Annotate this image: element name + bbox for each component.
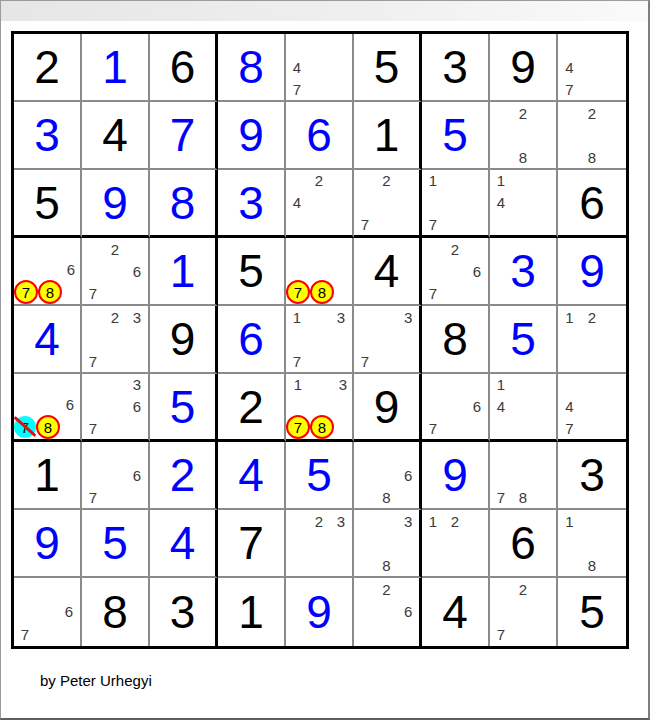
cell-r2c8[interactable]: 28 (490, 102, 558, 170)
cell-r2c4[interactable]: 9 (218, 102, 286, 170)
candidate-slot (104, 260, 126, 282)
candidate-grid: 17 (422, 170, 488, 235)
solved-digit: 9 (14, 510, 80, 576)
candidate-slot (534, 417, 556, 439)
cell-r7c9[interactable]: 3 (558, 442, 626, 510)
candidate-slot (466, 374, 488, 396)
candidate-slot (82, 374, 104, 396)
cell-r2c6[interactable]: 1 (354, 102, 422, 170)
cell-r6c8[interactable]: 14 (490, 374, 558, 442)
cell-r8c9[interactable]: 18 (558, 510, 626, 578)
given-digit: 1 (218, 578, 284, 646)
candidate-slot (581, 34, 604, 56)
candidate-slot (397, 623, 419, 646)
candidate-2: 2 (315, 514, 323, 529)
candidate-slot (310, 395, 334, 416)
cell-r1c7[interactable]: 3 (422, 34, 490, 102)
candidate-slot (354, 306, 376, 328)
candidate-grid: 68 (354, 442, 419, 508)
candidate-3: 3 (339, 377, 347, 392)
candidate-1: 1 (497, 377, 505, 392)
candidate-slot (82, 260, 104, 282)
candidate-2: 2 (451, 514, 459, 529)
solved-digit: 5 (150, 374, 215, 439)
candidate-slot (82, 328, 104, 350)
candidate-7: 7 (89, 421, 97, 436)
candidate-slot: 2 (444, 238, 466, 260)
candidate-7: 7 (565, 82, 573, 97)
candidate-slot: 8 (512, 146, 534, 168)
candidate-6: 6 (133, 399, 141, 414)
candidate-slot (104, 396, 126, 418)
given-digit: 3 (422, 34, 488, 100)
candidate-slot (354, 601, 376, 624)
candidate-slot (334, 259, 352, 280)
candidate-slot (512, 170, 534, 192)
cell-r1c8[interactable]: 9 (490, 34, 558, 102)
candidate-slot (422, 554, 444, 576)
candidate-slot (36, 374, 60, 395)
cell-r4c4[interactable]: 5 (218, 238, 286, 306)
candidate-slot (534, 601, 556, 624)
candidate-slot (330, 554, 352, 576)
candidate-3: 3 (133, 377, 141, 392)
candidate-slot (62, 238, 80, 259)
cell-r5c8[interactable]: 5 (490, 306, 558, 374)
candidate-slot (354, 623, 376, 646)
cell-r8c6[interactable]: 38 (354, 510, 422, 578)
candidate-7: 7 (429, 421, 437, 436)
cell-r5c7[interactable]: 8 (422, 306, 490, 374)
solved-digit: 9 (286, 578, 352, 646)
cell-r9c6[interactable]: 26 (354, 578, 422, 646)
candidate-slot: 7 (82, 417, 104, 439)
given-digit: 8 (422, 306, 488, 372)
candidate-slot (14, 578, 36, 601)
candidate-8: 8 (519, 490, 527, 505)
candidate-slot (286, 554, 308, 576)
candidate-slot (126, 417, 148, 439)
cell-r1c2[interactable]: 1 (82, 34, 150, 102)
candidate-slot (376, 192, 398, 214)
candidate-slot: 7 (14, 415, 36, 439)
candidate-slot (14, 374, 36, 395)
cell-r2c7[interactable]: 5 (422, 102, 490, 170)
cell-r5c2[interactable]: 237 (82, 306, 150, 374)
cell-r8c2[interactable]: 5 (82, 510, 150, 578)
solved-digit: 1 (150, 238, 215, 304)
candidate-grid: 367 (82, 374, 148, 439)
cell-r5c1[interactable]: 4 (14, 306, 82, 374)
candidate-slot: 7 (422, 282, 444, 304)
cell-r7c5[interactable]: 5 (286, 442, 354, 510)
candidate-slot (466, 554, 488, 576)
candidate-7: 7 (361, 217, 369, 232)
candidate-grid: 47 (286, 34, 352, 100)
candidate-8: 8 (519, 150, 527, 165)
cell-r6c5[interactable]: 1378 (286, 374, 354, 442)
candidate-slot (397, 350, 419, 372)
cell-r3c9[interactable]: 6 (558, 170, 626, 238)
cell-r5c4[interactable]: 6 (218, 306, 286, 374)
candidate-slot (308, 532, 330, 554)
candidate-slot (490, 601, 512, 624)
cell-r4c2[interactable]: 267 (82, 238, 150, 306)
cell-r7c3[interactable]: 2 (150, 442, 218, 510)
candidate-slot (104, 442, 126, 464)
candidate-slot (534, 374, 556, 396)
candidate-slot (558, 554, 581, 576)
candidate-slot (376, 213, 398, 235)
candidate-grid: 12 (422, 510, 488, 576)
candidate-6: 6 (65, 604, 73, 619)
cell-r2c5[interactable]: 6 (286, 102, 354, 170)
given-digit: 8 (82, 578, 148, 646)
cell-r3c8[interactable]: 14 (490, 170, 558, 238)
given-digit: 2 (14, 34, 80, 100)
candidate-7: 7 (429, 286, 437, 301)
candidate-slot (444, 554, 466, 576)
candidate-slot (126, 486, 148, 508)
candidate-slot (376, 328, 398, 350)
candidate-2: 2 (588, 310, 596, 325)
given-digit: 4 (354, 238, 419, 304)
cell-r1c4[interactable]: 8 (218, 34, 286, 102)
candidate-8-yellow-circle: 8 (38, 280, 62, 304)
candidate-slot (603, 34, 626, 56)
candidate-slot: 6 (60, 395, 80, 416)
cell-r9c2[interactable]: 8 (82, 578, 150, 646)
title-bar (1, 1, 648, 21)
candidate-slot: 2 (104, 306, 126, 328)
candidate-slot: 7 (286, 350, 308, 372)
candidate-6: 6 (133, 264, 141, 279)
cell-r1c3[interactable]: 6 (150, 34, 218, 102)
candidate-slot (581, 350, 604, 372)
cell-r3c2[interactable]: 9 (82, 170, 150, 238)
candidate-slot (36, 623, 58, 646)
candidate-slot: 2 (512, 578, 534, 601)
cell-r7c7[interactable]: 9 (422, 442, 490, 510)
cell-r3c4[interactable]: 3 (218, 170, 286, 238)
candidate-slot (104, 282, 126, 304)
candidate-slot: 6 (62, 259, 80, 280)
candidate-slot (354, 532, 376, 554)
candidate-7-yellow-circle: 7 (286, 415, 310, 439)
candidate-slot (397, 554, 419, 576)
cell-r6c1[interactable]: 678 (14, 374, 82, 442)
candidate-slot (330, 213, 352, 235)
candidate-slot (376, 442, 398, 464)
candidate-8: 8 (382, 558, 390, 573)
candidate-slot (444, 282, 466, 304)
candidate-slot (330, 532, 352, 554)
cell-r6c6[interactable]: 9 (354, 374, 422, 442)
candidate-slot (512, 623, 534, 646)
candidate-slot: 7 (354, 213, 376, 235)
candidate-grid: 27 (354, 170, 419, 235)
candidate-slot: 1 (490, 374, 512, 396)
cell-r8c1[interactable]: 9 (14, 510, 82, 578)
cell-r4c8[interactable]: 3 (490, 238, 558, 306)
cell-r9c4[interactable]: 1 (218, 578, 286, 646)
cell-r8c5[interactable]: 23 (286, 510, 354, 578)
cell-r3c6[interactable]: 27 (354, 170, 422, 238)
given-digit: 1 (14, 442, 80, 508)
cell-r6c7[interactable]: 67 (422, 374, 490, 442)
candidate-slot (534, 170, 556, 192)
cell-r8c3[interactable]: 4 (150, 510, 218, 578)
cell-r1c1[interactable]: 2 (14, 34, 82, 102)
cell-r2c2[interactable]: 4 (82, 102, 150, 170)
candidate-slot (512, 374, 534, 396)
cell-r4c6[interactable]: 4 (354, 238, 422, 306)
candidate-slot: 4 (558, 396, 581, 418)
candidate-7-yellow-circle: 7 (14, 280, 38, 304)
candidate-slot (397, 170, 419, 192)
solved-digit: 9 (218, 102, 284, 168)
candidate-6: 6 (133, 468, 141, 483)
candidate-2: 2 (519, 582, 527, 597)
candidate-slot (490, 417, 512, 439)
candidate-slot (397, 532, 419, 554)
candidate-slot (354, 464, 376, 486)
candidate-slot (354, 486, 376, 508)
candidate-slot: 8 (376, 486, 398, 508)
candidate-slot (581, 124, 604, 146)
candidate-slot (334, 415, 352, 439)
candidate-slot (82, 464, 104, 486)
candidate-3: 3 (337, 310, 345, 325)
candidate-1: 1 (497, 173, 505, 188)
candidate-1: 1 (429, 173, 437, 188)
cell-r7c1[interactable]: 1 (14, 442, 82, 510)
cell-r5c5[interactable]: 137 (286, 306, 354, 374)
solved-digit: 5 (286, 442, 352, 508)
candidate-slot (354, 328, 376, 350)
cell-r5c6[interactable]: 37 (354, 306, 422, 374)
candidate-slot (397, 213, 419, 235)
candidate-slot (490, 578, 512, 601)
candidate-8-yellow-circle: 8 (310, 280, 334, 304)
candidate-slot (466, 282, 488, 304)
candidate-slot: 7 (82, 282, 104, 304)
candidate-slot: 2 (308, 170, 330, 192)
candidate-slot: 8 (581, 146, 604, 168)
cell-r6c9[interactable]: 47 (558, 374, 626, 442)
candidate-slot: 7 (354, 350, 376, 372)
candidate-slot: 4 (490, 396, 512, 418)
cell-r2c1[interactable]: 3 (14, 102, 82, 170)
given-digit: 6 (150, 34, 215, 100)
candidate-grid: 137 (286, 306, 352, 372)
candidate-grid: 26 (354, 578, 419, 646)
candidate-slot: 8 (36, 415, 60, 439)
given-digit: 2 (218, 374, 284, 439)
candidate-slot: 1 (558, 306, 581, 328)
candidate-grid: 67 (14, 578, 80, 646)
candidate-slot: 4 (558, 56, 581, 78)
candidate-slot (308, 192, 330, 214)
given-digit: 9 (354, 374, 419, 439)
candidate-slot (308, 34, 330, 56)
candidate-8: 8 (382, 490, 390, 505)
candidate-slot: 2 (376, 578, 398, 601)
candidate-4: 4 (293, 195, 301, 210)
cell-r2c9[interactable]: 28 (558, 102, 626, 170)
cell-r1c6[interactable]: 5 (354, 34, 422, 102)
cell-r4c9[interactable]: 9 (558, 238, 626, 306)
solved-digit: 1 (82, 34, 148, 100)
cell-r3c3[interactable]: 8 (150, 170, 218, 238)
candidate-slot (397, 442, 419, 464)
candidate-slot (376, 464, 398, 486)
candidate-7: 7 (565, 421, 573, 436)
candidate-slot (490, 213, 512, 235)
cell-r9c1[interactable]: 67 (14, 578, 82, 646)
cell-r5c9[interactable]: 12 (558, 306, 626, 374)
given-digit: 3 (150, 578, 215, 646)
cell-r4c3[interactable]: 1 (150, 238, 218, 306)
candidate-slot (376, 623, 398, 646)
candidate-slot (82, 442, 104, 464)
candidate-slot: 2 (581, 102, 604, 124)
cell-r1c9[interactable]: 47 (558, 34, 626, 102)
cell-r4c5[interactable]: 78 (286, 238, 354, 306)
candidate-slot: 4 (286, 192, 308, 214)
given-digit: 4 (422, 578, 488, 646)
candidate-grid: 18 (558, 510, 626, 576)
candidate-slot (558, 350, 581, 372)
candidate-slot: 7 (490, 486, 512, 508)
solved-digit: 3 (14, 102, 80, 168)
cell-r9c3[interactable]: 3 (150, 578, 218, 646)
cell-r8c7[interactable]: 12 (422, 510, 490, 578)
candidate-slot (82, 306, 104, 328)
candidate-7: 7 (293, 82, 301, 97)
solved-digit: 5 (490, 306, 556, 372)
cell-r9c9[interactable]: 5 (558, 578, 626, 646)
cell-r4c1[interactable]: 678 (14, 238, 82, 306)
candidate-slot (444, 192, 466, 214)
candidate-slot (490, 124, 512, 146)
cell-r7c2[interactable]: 67 (82, 442, 150, 510)
candidate-slot: 8 (512, 486, 534, 508)
solved-digit: 8 (150, 170, 215, 235)
candidate-slot (330, 328, 352, 350)
candidate-3: 3 (404, 514, 412, 529)
candidate-slot: 7 (558, 417, 581, 439)
cell-r7c4[interactable]: 4 (218, 442, 286, 510)
cell-r9c5[interactable]: 9 (286, 578, 354, 646)
cell-r9c8[interactable]: 27 (490, 578, 558, 646)
cell-r5c3[interactable]: 9 (150, 306, 218, 374)
candidate-3: 3 (133, 310, 141, 325)
candidate-slot: 1 (422, 170, 444, 192)
candidate-slot (466, 213, 488, 235)
candidate-slot (62, 280, 80, 304)
candidate-slot (334, 238, 352, 259)
candidate-slot (286, 510, 308, 532)
cell-r8c8[interactable]: 6 (490, 510, 558, 578)
given-digit: 5 (218, 238, 284, 304)
cell-r3c1[interactable]: 5 (14, 170, 82, 238)
candidate-slot (330, 350, 352, 372)
candidate-slot (376, 510, 398, 532)
cell-r6c2[interactable]: 367 (82, 374, 150, 442)
candidate-slot (603, 306, 626, 328)
cell-r2c3[interactable]: 7 (150, 102, 218, 170)
candidate-slot (422, 238, 444, 260)
cell-r3c5[interactable]: 24 (286, 170, 354, 238)
candidate-2: 2 (111, 242, 119, 257)
given-digit: 7 (218, 510, 284, 576)
candidate-slot (512, 124, 534, 146)
cell-r7c8[interactable]: 78 (490, 442, 558, 510)
candidate-7-cyan-circle: 7 (14, 416, 36, 438)
solved-digit: 5 (82, 510, 148, 576)
candidate-slot (444, 532, 466, 554)
candidate-slot (512, 442, 534, 464)
candidate-slot (534, 146, 556, 168)
candidate-slot (286, 532, 308, 554)
candidate-slot (58, 623, 80, 646)
candidate-slot: 1 (490, 170, 512, 192)
candidate-2: 2 (382, 173, 390, 188)
candidate-slot (422, 396, 444, 418)
candidate-slot (308, 306, 330, 328)
cell-r7c6[interactable]: 68 (354, 442, 422, 510)
cell-r6c4[interactable]: 2 (218, 374, 286, 442)
candidate-slot (376, 350, 398, 372)
candidate-7: 7 (293, 354, 301, 369)
candidate-slot (310, 374, 334, 395)
candidate-slot (126, 238, 148, 260)
candidate-slot: 4 (286, 56, 308, 78)
candidate-slot: 8 (310, 415, 334, 439)
candidate-slot: 3 (334, 374, 352, 395)
given-digit: 3 (558, 442, 626, 508)
candidate-6: 6 (404, 468, 412, 483)
candidate-grid: 37 (354, 306, 419, 372)
cell-r1c5[interactable]: 47 (286, 34, 354, 102)
candidate-slot (512, 213, 534, 235)
candidate-slot (490, 442, 512, 464)
candidate-2: 2 (382, 582, 390, 597)
candidate-7-yellow-circle: 7 (286, 280, 310, 304)
candidate-slot (14, 238, 38, 259)
candidate-4: 4 (497, 195, 505, 210)
candidate-slot (308, 56, 330, 78)
cell-r6c3[interactable]: 5 (150, 374, 218, 442)
cell-r3c7[interactable]: 17 (422, 170, 490, 238)
cell-r8c4[interactable]: 7 (218, 510, 286, 578)
candidate-slot (558, 146, 581, 168)
cell-r9c7[interactable]: 4 (422, 578, 490, 646)
candidate-slot (334, 395, 352, 416)
candidate-slot (126, 328, 148, 350)
candidate-slot (308, 350, 330, 372)
candidate-slot (397, 578, 419, 601)
solved-digit: 9 (422, 442, 488, 508)
candidate-grid: 267 (82, 238, 148, 304)
candidate-slot: 3 (330, 306, 352, 328)
candidate-slot (308, 78, 330, 100)
candidate-1: 1 (429, 514, 437, 529)
candidate-slot (104, 486, 126, 508)
cell-r4c7[interactable]: 267 (422, 238, 490, 306)
candidate-slot: 1 (422, 510, 444, 532)
